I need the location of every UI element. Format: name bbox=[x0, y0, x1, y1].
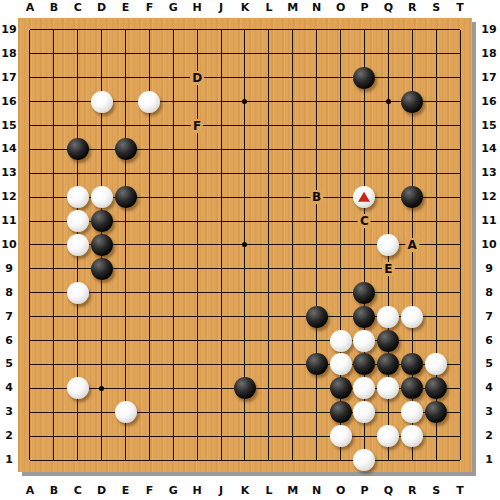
intersection-R8[interactable] bbox=[400, 281, 424, 305]
intersection-D12[interactable] bbox=[90, 185, 114, 209]
intersection-E9[interactable] bbox=[114, 257, 138, 281]
intersection-S3[interactable] bbox=[424, 400, 448, 424]
intersection-C9[interactable] bbox=[66, 257, 90, 281]
intersection-K8[interactable] bbox=[233, 281, 257, 305]
intersection-S10[interactable] bbox=[424, 233, 448, 257]
intersection-S2[interactable] bbox=[424, 424, 448, 448]
intersection-K3[interactable] bbox=[233, 400, 257, 424]
intersection-B10[interactable] bbox=[42, 233, 66, 257]
intersection-L5[interactable] bbox=[257, 353, 281, 377]
intersection-D19[interactable] bbox=[90, 18, 114, 42]
intersection-O7[interactable] bbox=[329, 305, 353, 329]
intersection-M11[interactable] bbox=[281, 209, 305, 233]
intersection-H19[interactable] bbox=[185, 18, 209, 42]
intersection-O18[interactable] bbox=[329, 42, 353, 66]
intersection-S4[interactable] bbox=[424, 376, 448, 400]
intersection-E15[interactable] bbox=[114, 114, 138, 138]
intersection-Q15[interactable] bbox=[376, 114, 400, 138]
intersection-A7[interactable] bbox=[18, 305, 42, 329]
intersection-C14[interactable] bbox=[66, 137, 90, 161]
intersection-P16[interactable] bbox=[353, 90, 377, 114]
intersection-G5[interactable] bbox=[161, 353, 185, 377]
intersection-L13[interactable] bbox=[257, 161, 281, 185]
intersection-K14[interactable] bbox=[233, 137, 257, 161]
intersection-P17[interactable] bbox=[353, 66, 377, 90]
intersection-T7[interactable] bbox=[448, 305, 472, 329]
intersection-O15[interactable] bbox=[329, 114, 353, 138]
intersection-P13[interactable] bbox=[353, 161, 377, 185]
intersection-J14[interactable] bbox=[209, 137, 233, 161]
intersection-O6[interactable] bbox=[329, 329, 353, 353]
intersection-L11[interactable] bbox=[257, 209, 281, 233]
intersection-R10[interactable]: A bbox=[400, 233, 424, 257]
intersection-K18[interactable] bbox=[233, 42, 257, 66]
intersection-A2[interactable] bbox=[18, 424, 42, 448]
intersection-H8[interactable] bbox=[185, 281, 209, 305]
intersection-D7[interactable] bbox=[90, 305, 114, 329]
intersection-L2[interactable] bbox=[257, 424, 281, 448]
intersection-P10[interactable] bbox=[353, 233, 377, 257]
intersection-P4[interactable] bbox=[353, 376, 377, 400]
intersection-G18[interactable] bbox=[161, 42, 185, 66]
intersection-S6[interactable] bbox=[424, 329, 448, 353]
intersection-F4[interactable] bbox=[137, 376, 161, 400]
intersection-C3[interactable] bbox=[66, 400, 90, 424]
intersection-B1[interactable] bbox=[42, 448, 66, 472]
intersection-M9[interactable] bbox=[281, 257, 305, 281]
intersection-D6[interactable] bbox=[90, 329, 114, 353]
intersection-C10[interactable] bbox=[66, 233, 90, 257]
intersection-F15[interactable] bbox=[137, 114, 161, 138]
intersection-N10[interactable] bbox=[305, 233, 329, 257]
intersection-L7[interactable] bbox=[257, 305, 281, 329]
intersection-G11[interactable] bbox=[161, 209, 185, 233]
intersection-O8[interactable] bbox=[329, 281, 353, 305]
intersection-Q1[interactable] bbox=[376, 448, 400, 472]
intersection-B7[interactable] bbox=[42, 305, 66, 329]
intersection-K10[interactable] bbox=[233, 233, 257, 257]
intersection-C18[interactable] bbox=[66, 42, 90, 66]
intersection-O13[interactable] bbox=[329, 161, 353, 185]
intersection-T15[interactable] bbox=[448, 114, 472, 138]
intersection-K16[interactable] bbox=[233, 90, 257, 114]
intersection-H11[interactable] bbox=[185, 209, 209, 233]
intersection-N1[interactable] bbox=[305, 448, 329, 472]
intersection-K9[interactable] bbox=[233, 257, 257, 281]
intersection-G14[interactable] bbox=[161, 137, 185, 161]
intersection-M4[interactable] bbox=[281, 376, 305, 400]
intersection-R1[interactable] bbox=[400, 448, 424, 472]
intersection-Q3[interactable] bbox=[376, 400, 400, 424]
intersection-G9[interactable] bbox=[161, 257, 185, 281]
intersection-M5[interactable] bbox=[281, 353, 305, 377]
intersection-O16[interactable] bbox=[329, 90, 353, 114]
intersection-H17[interactable]: D bbox=[185, 66, 209, 90]
intersection-D8[interactable] bbox=[90, 281, 114, 305]
intersection-A8[interactable] bbox=[18, 281, 42, 305]
intersection-K17[interactable] bbox=[233, 66, 257, 90]
intersection-A3[interactable] bbox=[18, 400, 42, 424]
intersection-M10[interactable] bbox=[281, 233, 305, 257]
intersection-J16[interactable] bbox=[209, 90, 233, 114]
intersection-E13[interactable] bbox=[114, 161, 138, 185]
intersection-T3[interactable] bbox=[448, 400, 472, 424]
intersection-H1[interactable] bbox=[185, 448, 209, 472]
intersection-E11[interactable] bbox=[114, 209, 138, 233]
intersection-R4[interactable] bbox=[400, 376, 424, 400]
intersection-H9[interactable] bbox=[185, 257, 209, 281]
intersection-N5[interactable] bbox=[305, 353, 329, 377]
intersection-T11[interactable] bbox=[448, 209, 472, 233]
intersection-A19[interactable] bbox=[18, 18, 42, 42]
intersection-L1[interactable] bbox=[257, 448, 281, 472]
intersection-G8[interactable] bbox=[161, 281, 185, 305]
intersection-M1[interactable] bbox=[281, 448, 305, 472]
intersection-B15[interactable] bbox=[42, 114, 66, 138]
intersection-T4[interactable] bbox=[448, 376, 472, 400]
intersection-R14[interactable] bbox=[400, 137, 424, 161]
intersection-R12[interactable] bbox=[400, 185, 424, 209]
intersection-L12[interactable] bbox=[257, 185, 281, 209]
intersection-J18[interactable] bbox=[209, 42, 233, 66]
intersection-O11[interactable] bbox=[329, 209, 353, 233]
intersection-T19[interactable] bbox=[448, 18, 472, 42]
intersection-J2[interactable] bbox=[209, 424, 233, 448]
intersection-F11[interactable] bbox=[137, 209, 161, 233]
intersection-H15[interactable]: F bbox=[185, 114, 209, 138]
intersection-K15[interactable] bbox=[233, 114, 257, 138]
intersection-M6[interactable] bbox=[281, 329, 305, 353]
intersection-R17[interactable] bbox=[400, 66, 424, 90]
intersection-C11[interactable] bbox=[66, 209, 90, 233]
intersection-C6[interactable] bbox=[66, 329, 90, 353]
intersection-Q4[interactable] bbox=[376, 376, 400, 400]
intersection-H16[interactable] bbox=[185, 90, 209, 114]
intersection-J6[interactable] bbox=[209, 329, 233, 353]
intersection-T18[interactable] bbox=[448, 42, 472, 66]
intersection-D11[interactable] bbox=[90, 209, 114, 233]
intersection-J9[interactable] bbox=[209, 257, 233, 281]
intersection-A18[interactable] bbox=[18, 42, 42, 66]
intersection-A10[interactable] bbox=[18, 233, 42, 257]
intersection-F8[interactable] bbox=[137, 281, 161, 305]
intersection-S15[interactable] bbox=[424, 114, 448, 138]
intersection-A6[interactable] bbox=[18, 329, 42, 353]
intersection-R7[interactable] bbox=[400, 305, 424, 329]
intersection-L19[interactable] bbox=[257, 18, 281, 42]
intersection-E2[interactable] bbox=[114, 424, 138, 448]
intersection-G6[interactable] bbox=[161, 329, 185, 353]
intersection-E4[interactable] bbox=[114, 376, 138, 400]
intersection-E6[interactable] bbox=[114, 329, 138, 353]
intersection-S16[interactable] bbox=[424, 90, 448, 114]
intersection-B13[interactable] bbox=[42, 161, 66, 185]
intersection-O17[interactable] bbox=[329, 66, 353, 90]
intersection-Q8[interactable] bbox=[376, 281, 400, 305]
intersection-N12[interactable]: B bbox=[305, 185, 329, 209]
intersection-J11[interactable] bbox=[209, 209, 233, 233]
intersection-M13[interactable] bbox=[281, 161, 305, 185]
intersection-B11[interactable] bbox=[42, 209, 66, 233]
intersection-C19[interactable] bbox=[66, 18, 90, 42]
intersection-N7[interactable] bbox=[305, 305, 329, 329]
intersection-K11[interactable] bbox=[233, 209, 257, 233]
intersection-B16[interactable] bbox=[42, 90, 66, 114]
intersection-R18[interactable] bbox=[400, 42, 424, 66]
intersection-B8[interactable] bbox=[42, 281, 66, 305]
intersection-P14[interactable] bbox=[353, 137, 377, 161]
intersection-B14[interactable] bbox=[42, 137, 66, 161]
intersection-D10[interactable] bbox=[90, 233, 114, 257]
intersection-F9[interactable] bbox=[137, 257, 161, 281]
intersection-J10[interactable] bbox=[209, 233, 233, 257]
intersection-L10[interactable] bbox=[257, 233, 281, 257]
intersection-N13[interactable] bbox=[305, 161, 329, 185]
intersection-K2[interactable] bbox=[233, 424, 257, 448]
intersection-J7[interactable] bbox=[209, 305, 233, 329]
intersection-D15[interactable] bbox=[90, 114, 114, 138]
intersection-Q7[interactable] bbox=[376, 305, 400, 329]
intersection-O12[interactable] bbox=[329, 185, 353, 209]
intersection-C7[interactable] bbox=[66, 305, 90, 329]
intersection-E7[interactable] bbox=[114, 305, 138, 329]
intersection-N15[interactable] bbox=[305, 114, 329, 138]
intersection-H12[interactable] bbox=[185, 185, 209, 209]
intersection-B5[interactable] bbox=[42, 353, 66, 377]
intersection-R9[interactable] bbox=[400, 257, 424, 281]
intersection-N2[interactable] bbox=[305, 424, 329, 448]
intersection-A1[interactable] bbox=[18, 448, 42, 472]
intersection-O1[interactable] bbox=[329, 448, 353, 472]
intersection-O2[interactable] bbox=[329, 424, 353, 448]
intersection-T9[interactable] bbox=[448, 257, 472, 281]
intersection-A9[interactable] bbox=[18, 257, 42, 281]
intersection-S12[interactable] bbox=[424, 185, 448, 209]
intersection-Q17[interactable] bbox=[376, 66, 400, 90]
intersection-N4[interactable] bbox=[305, 376, 329, 400]
intersection-L14[interactable] bbox=[257, 137, 281, 161]
intersection-O10[interactable] bbox=[329, 233, 353, 257]
intersection-P8[interactable] bbox=[353, 281, 377, 305]
intersection-Q10[interactable] bbox=[376, 233, 400, 257]
intersection-K12[interactable] bbox=[233, 185, 257, 209]
intersection-F1[interactable] bbox=[137, 448, 161, 472]
intersection-S9[interactable] bbox=[424, 257, 448, 281]
intersection-Q2[interactable] bbox=[376, 424, 400, 448]
intersection-S11[interactable] bbox=[424, 209, 448, 233]
intersection-C5[interactable] bbox=[66, 353, 90, 377]
intersection-A5[interactable] bbox=[18, 353, 42, 377]
intersection-F6[interactable] bbox=[137, 329, 161, 353]
intersection-P7[interactable] bbox=[353, 305, 377, 329]
intersection-N3[interactable] bbox=[305, 400, 329, 424]
intersection-Q6[interactable] bbox=[376, 329, 400, 353]
intersection-M3[interactable] bbox=[281, 400, 305, 424]
intersection-C8[interactable] bbox=[66, 281, 90, 305]
intersection-E17[interactable] bbox=[114, 66, 138, 90]
intersection-Q14[interactable] bbox=[376, 137, 400, 161]
intersection-J15[interactable] bbox=[209, 114, 233, 138]
intersection-G17[interactable] bbox=[161, 66, 185, 90]
intersection-R5[interactable] bbox=[400, 353, 424, 377]
intersection-D4[interactable] bbox=[90, 376, 114, 400]
intersection-M16[interactable] bbox=[281, 90, 305, 114]
intersection-E3[interactable] bbox=[114, 400, 138, 424]
intersection-S7[interactable] bbox=[424, 305, 448, 329]
intersection-H10[interactable] bbox=[185, 233, 209, 257]
intersection-T2[interactable] bbox=[448, 424, 472, 448]
intersection-F19[interactable] bbox=[137, 18, 161, 42]
intersection-O9[interactable] bbox=[329, 257, 353, 281]
intersection-H7[interactable] bbox=[185, 305, 209, 329]
intersection-J3[interactable] bbox=[209, 400, 233, 424]
intersection-N18[interactable] bbox=[305, 42, 329, 66]
intersection-M19[interactable] bbox=[281, 18, 305, 42]
intersection-T16[interactable] bbox=[448, 90, 472, 114]
intersection-O5[interactable] bbox=[329, 353, 353, 377]
intersection-J8[interactable] bbox=[209, 281, 233, 305]
intersection-C1[interactable] bbox=[66, 448, 90, 472]
intersection-T8[interactable] bbox=[448, 281, 472, 305]
intersection-H3[interactable] bbox=[185, 400, 209, 424]
intersection-G13[interactable] bbox=[161, 161, 185, 185]
intersection-A13[interactable] bbox=[18, 161, 42, 185]
intersection-E12[interactable] bbox=[114, 185, 138, 209]
intersection-G15[interactable] bbox=[161, 114, 185, 138]
intersection-S13[interactable] bbox=[424, 161, 448, 185]
intersection-A11[interactable] bbox=[18, 209, 42, 233]
intersection-J5[interactable] bbox=[209, 353, 233, 377]
intersection-G12[interactable] bbox=[161, 185, 185, 209]
intersection-C4[interactable] bbox=[66, 376, 90, 400]
intersection-Q13[interactable] bbox=[376, 161, 400, 185]
intersection-G3[interactable] bbox=[161, 400, 185, 424]
intersection-E19[interactable] bbox=[114, 18, 138, 42]
intersection-Q19[interactable] bbox=[376, 18, 400, 42]
intersection-S8[interactable] bbox=[424, 281, 448, 305]
intersection-B6[interactable] bbox=[42, 329, 66, 353]
intersection-H18[interactable] bbox=[185, 42, 209, 66]
intersection-A17[interactable] bbox=[18, 66, 42, 90]
intersection-L18[interactable] bbox=[257, 42, 281, 66]
intersection-L6[interactable] bbox=[257, 329, 281, 353]
intersection-C12[interactable] bbox=[66, 185, 90, 209]
intersection-Q5[interactable] bbox=[376, 353, 400, 377]
intersection-T10[interactable] bbox=[448, 233, 472, 257]
intersection-O4[interactable] bbox=[329, 376, 353, 400]
intersection-K1[interactable] bbox=[233, 448, 257, 472]
intersection-N9[interactable] bbox=[305, 257, 329, 281]
intersection-T1[interactable] bbox=[448, 448, 472, 472]
intersection-E18[interactable] bbox=[114, 42, 138, 66]
intersection-D2[interactable] bbox=[90, 424, 114, 448]
intersection-B4[interactable] bbox=[42, 376, 66, 400]
intersection-D16[interactable] bbox=[90, 90, 114, 114]
intersection-J12[interactable] bbox=[209, 185, 233, 209]
intersection-N6[interactable] bbox=[305, 329, 329, 353]
intersection-B2[interactable] bbox=[42, 424, 66, 448]
intersection-D1[interactable] bbox=[90, 448, 114, 472]
intersection-O14[interactable] bbox=[329, 137, 353, 161]
intersection-P12[interactable] bbox=[353, 185, 377, 209]
intersection-L8[interactable] bbox=[257, 281, 281, 305]
intersection-T6[interactable] bbox=[448, 329, 472, 353]
intersection-J17[interactable] bbox=[209, 66, 233, 90]
intersection-K13[interactable] bbox=[233, 161, 257, 185]
intersection-M12[interactable] bbox=[281, 185, 305, 209]
intersection-B19[interactable] bbox=[42, 18, 66, 42]
intersection-E14[interactable] bbox=[114, 137, 138, 161]
intersection-M18[interactable] bbox=[281, 42, 305, 66]
intersection-A12[interactable] bbox=[18, 185, 42, 209]
intersection-S5[interactable] bbox=[424, 353, 448, 377]
intersection-P19[interactable] bbox=[353, 18, 377, 42]
intersection-B17[interactable] bbox=[42, 66, 66, 90]
intersection-F12[interactable] bbox=[137, 185, 161, 209]
intersection-H6[interactable] bbox=[185, 329, 209, 353]
intersection-J4[interactable] bbox=[209, 376, 233, 400]
intersection-H14[interactable] bbox=[185, 137, 209, 161]
intersection-Q11[interactable] bbox=[376, 209, 400, 233]
intersection-F5[interactable] bbox=[137, 353, 161, 377]
intersection-M15[interactable] bbox=[281, 114, 305, 138]
intersection-Q12[interactable] bbox=[376, 185, 400, 209]
intersection-M14[interactable] bbox=[281, 137, 305, 161]
intersection-F14[interactable] bbox=[137, 137, 161, 161]
intersection-L16[interactable] bbox=[257, 90, 281, 114]
intersection-M17[interactable] bbox=[281, 66, 305, 90]
intersection-H2[interactable] bbox=[185, 424, 209, 448]
intersection-K7[interactable] bbox=[233, 305, 257, 329]
intersection-H4[interactable] bbox=[185, 376, 209, 400]
intersection-F10[interactable] bbox=[137, 233, 161, 257]
intersection-G2[interactable] bbox=[161, 424, 185, 448]
intersection-E5[interactable] bbox=[114, 353, 138, 377]
intersection-S1[interactable] bbox=[424, 448, 448, 472]
intersection-A15[interactable] bbox=[18, 114, 42, 138]
intersection-J13[interactable] bbox=[209, 161, 233, 185]
intersection-S19[interactable] bbox=[424, 18, 448, 42]
intersection-D9[interactable] bbox=[90, 257, 114, 281]
intersection-K6[interactable] bbox=[233, 329, 257, 353]
intersection-R15[interactable] bbox=[400, 114, 424, 138]
intersection-F18[interactable] bbox=[137, 42, 161, 66]
intersection-J19[interactable] bbox=[209, 18, 233, 42]
intersection-R13[interactable] bbox=[400, 161, 424, 185]
intersection-G7[interactable] bbox=[161, 305, 185, 329]
intersection-D3[interactable] bbox=[90, 400, 114, 424]
intersection-P11[interactable]: C bbox=[353, 209, 377, 233]
intersection-S14[interactable] bbox=[424, 137, 448, 161]
intersection-L3[interactable] bbox=[257, 400, 281, 424]
intersection-H5[interactable] bbox=[185, 353, 209, 377]
intersection-T13[interactable] bbox=[448, 161, 472, 185]
intersection-P2[interactable] bbox=[353, 424, 377, 448]
intersection-F17[interactable] bbox=[137, 66, 161, 90]
intersection-O3[interactable] bbox=[329, 400, 353, 424]
intersection-C13[interactable] bbox=[66, 161, 90, 185]
intersection-S18[interactable] bbox=[424, 42, 448, 66]
intersection-M8[interactable] bbox=[281, 281, 305, 305]
intersection-C16[interactable] bbox=[66, 90, 90, 114]
intersection-A4[interactable] bbox=[18, 376, 42, 400]
intersection-G1[interactable] bbox=[161, 448, 185, 472]
intersection-D5[interactable] bbox=[90, 353, 114, 377]
intersection-M2[interactable] bbox=[281, 424, 305, 448]
intersection-T14[interactable] bbox=[448, 137, 472, 161]
intersection-A14[interactable] bbox=[18, 137, 42, 161]
intersection-L15[interactable] bbox=[257, 114, 281, 138]
